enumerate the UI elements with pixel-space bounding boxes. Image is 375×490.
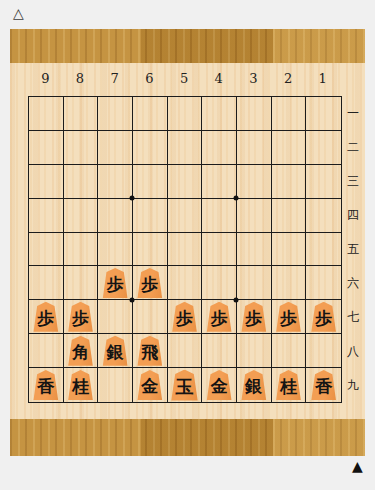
- piece-gold[interactable]: 金: [136, 370, 164, 400]
- board-cell-2二[interactable]: [272, 131, 307, 165]
- board-cell-9九[interactable]: 香: [29, 368, 64, 402]
- piece-rook[interactable]: 飛: [136, 336, 164, 366]
- board-cell-4四[interactable]: [202, 199, 237, 233]
- piece-pawn[interactable]: 歩: [170, 302, 198, 332]
- rank-label: 二: [341, 130, 365, 164]
- piece-pawn[interactable]: 歩: [240, 302, 268, 332]
- board-cell-4五[interactable]: [202, 233, 237, 267]
- board-cell-2四[interactable]: [272, 199, 307, 233]
- file-label: 3: [236, 63, 271, 94]
- board-cell-5一[interactable]: [168, 97, 203, 131]
- rank-label: 四: [341, 198, 365, 232]
- board-cell-7一[interactable]: [98, 97, 133, 131]
- piece-silver[interactable]: 銀: [101, 336, 129, 366]
- board-cell-8五[interactable]: [64, 233, 99, 267]
- board-cell-8三[interactable]: [64, 165, 99, 199]
- board-cell-2三[interactable]: [272, 165, 307, 199]
- board-cell-7九[interactable]: [98, 368, 133, 402]
- piece-lance[interactable]: 香: [32, 370, 60, 400]
- board-cell-6一[interactable]: [133, 97, 168, 131]
- board-cell-1九[interactable]: 香: [306, 368, 341, 402]
- board-cell-7八[interactable]: 銀: [98, 334, 133, 368]
- board-cell-3三[interactable]: [237, 165, 272, 199]
- piece-pawn[interactable]: 歩: [136, 268, 164, 298]
- rank-label: 八: [341, 334, 365, 368]
- board-cell-5四[interactable]: [168, 199, 203, 233]
- board-cell-1二[interactable]: [306, 131, 341, 165]
- board-cell-1三[interactable]: [306, 165, 341, 199]
- board-cell-5七[interactable]: 歩: [168, 300, 203, 334]
- board-cell-7七[interactable]: [98, 300, 133, 334]
- board-cell-4九[interactable]: 金: [202, 368, 237, 402]
- board-cell-2五[interactable]: [272, 233, 307, 267]
- board-cell-9七[interactable]: 歩: [29, 300, 64, 334]
- piece-king[interactable]: 玉: [169, 370, 199, 401]
- board-cell-3七[interactable]: 歩: [237, 300, 272, 334]
- file-label: 7: [97, 63, 132, 94]
- board-cell-7五[interactable]: [98, 233, 133, 267]
- board-cell-3一[interactable]: [237, 97, 272, 131]
- file-label: 2: [271, 63, 306, 94]
- board-cell-5六[interactable]: [168, 266, 203, 300]
- board-frame-bottom: [10, 419, 365, 456]
- board-cell-9四[interactable]: [29, 199, 64, 233]
- board-cell-8八[interactable]: 角: [64, 334, 99, 368]
- board-cell-6六[interactable]: 歩: [133, 266, 168, 300]
- board-cell-9八[interactable]: [29, 334, 64, 368]
- rank-label: 五: [341, 232, 365, 266]
- board-cell-8四[interactable]: [64, 199, 99, 233]
- file-label: 6: [132, 63, 167, 94]
- board-cell-7四[interactable]: [98, 199, 133, 233]
- sente-player-indicator: ▲: [352, 459, 363, 473]
- hoshi-dot: [234, 298, 239, 303]
- board-cell-4六[interactable]: [202, 266, 237, 300]
- piece-knight[interactable]: 桂: [274, 370, 302, 400]
- piece-lance[interactable]: 香: [310, 370, 338, 400]
- board-cell-7二[interactable]: [98, 131, 133, 165]
- board-frame-top: [10, 29, 365, 63]
- rank-label: 一: [341, 96, 365, 130]
- hoshi-dot: [130, 298, 135, 303]
- file-labels: 987654321: [28, 63, 340, 94]
- piece-pawn[interactable]: 歩: [66, 302, 94, 332]
- file-label: 9: [28, 63, 63, 94]
- board-cell-3九[interactable]: 銀: [237, 368, 272, 402]
- hoshi-dot: [234, 196, 239, 201]
- piece-gold[interactable]: 金: [205, 370, 233, 400]
- file-label: 8: [63, 63, 98, 94]
- board-cell-6二[interactable]: [133, 131, 168, 165]
- board-cell-7三[interactable]: [98, 165, 133, 199]
- board-cell-5二[interactable]: [168, 131, 203, 165]
- board-cell-4七[interactable]: 歩: [202, 300, 237, 334]
- board-cell-3二[interactable]: [237, 131, 272, 165]
- board-cell-8六[interactable]: [64, 266, 99, 300]
- board-cell-2八[interactable]: [272, 334, 307, 368]
- board-cell-2一[interactable]: [272, 97, 307, 131]
- piece-pawn[interactable]: 歩: [101, 268, 129, 298]
- board-cell-1四[interactable]: [306, 199, 341, 233]
- board-cell-5三[interactable]: [168, 165, 203, 199]
- board-cell-7六[interactable]: 歩: [98, 266, 133, 300]
- piece-pawn[interactable]: 歩: [274, 302, 302, 332]
- piece-pawn[interactable]: 歩: [205, 302, 233, 332]
- rank-label: 六: [341, 266, 365, 300]
- piece-pawn[interactable]: 歩: [310, 302, 338, 332]
- board-cell-8九[interactable]: 桂: [64, 368, 99, 402]
- board-cell-1六[interactable]: [306, 266, 341, 300]
- board-cell-9三[interactable]: [29, 165, 64, 199]
- board-cell-4三[interactable]: [202, 165, 237, 199]
- board-cell-8一[interactable]: [64, 97, 99, 131]
- hoshi-dot: [130, 196, 135, 201]
- board-cell-1一[interactable]: [306, 97, 341, 131]
- board-cell-9二[interactable]: [29, 131, 64, 165]
- board-cell-3八[interactable]: [237, 334, 272, 368]
- file-label: 4: [201, 63, 236, 94]
- board-cell-1八[interactable]: [306, 334, 341, 368]
- board-cell-1五[interactable]: [306, 233, 341, 267]
- board-cell-5八[interactable]: [168, 334, 203, 368]
- rank-label: 九: [341, 368, 365, 402]
- board-cell-4二[interactable]: [202, 131, 237, 165]
- piece-bishop[interactable]: 角: [66, 336, 94, 366]
- board-cell-6九[interactable]: 金: [133, 368, 168, 402]
- board-cell-9一[interactable]: [29, 97, 64, 131]
- board-cell-2七[interactable]: 歩: [272, 300, 307, 334]
- board-cell-8七[interactable]: 歩: [64, 300, 99, 334]
- board-face: 987654321 歩歩歩歩歩歩歩歩歩角銀飛香桂金玉金銀桂香 一二三四五六七八九: [10, 63, 365, 419]
- board-grid: 歩歩歩歩歩歩歩歩歩角銀飛香桂金玉金銀桂香: [28, 96, 342, 403]
- file-label: 5: [167, 63, 202, 94]
- board-cell-5九[interactable]: 玉: [168, 368, 203, 402]
- board-cell-8二[interactable]: [64, 131, 99, 165]
- piece-pawn[interactable]: 歩: [32, 302, 60, 332]
- board-cell-4一[interactable]: [202, 97, 237, 131]
- file-label: 1: [305, 63, 340, 94]
- board-cell-6三[interactable]: [133, 165, 168, 199]
- board-cell-9六[interactable]: [29, 266, 64, 300]
- rank-label: 三: [341, 164, 365, 198]
- board-cell-4八[interactable]: [202, 334, 237, 368]
- board-cell-3六[interactable]: [237, 266, 272, 300]
- board-cell-2六[interactable]: [272, 266, 307, 300]
- board-cell-3五[interactable]: [237, 233, 272, 267]
- piece-silver[interactable]: 銀: [240, 370, 268, 400]
- board-cell-6五[interactable]: [133, 233, 168, 267]
- board-cell-3四[interactable]: [237, 199, 272, 233]
- rank-label: 七: [341, 300, 365, 334]
- rank-labels: 一二三四五六七八九: [341, 96, 365, 402]
- board-cell-2九[interactable]: 桂: [272, 368, 307, 402]
- board-cell-1七[interactable]: 歩: [306, 300, 341, 334]
- gote-player-indicator: △: [13, 6, 24, 20]
- shogi-board: 987654321 歩歩歩歩歩歩歩歩歩角銀飛香桂金玉金銀桂香 一二三四五六七八九: [10, 29, 365, 456]
- board-cell-6七[interactable]: [133, 300, 168, 334]
- piece-knight[interactable]: 桂: [66, 370, 94, 400]
- board-cell-5五[interactable]: [168, 233, 203, 267]
- board-cell-6八[interactable]: 飛: [133, 334, 168, 368]
- board-cell-9五[interactable]: [29, 233, 64, 267]
- board-cell-6四[interactable]: [133, 199, 168, 233]
